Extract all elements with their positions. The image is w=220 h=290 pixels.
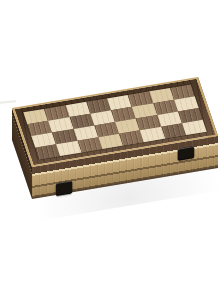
product-photo [0,0,220,290]
latch-left-icon [56,180,73,196]
backdrop-seam-line [0,100,16,104]
board-square [182,120,207,135]
latch-right-icon [178,146,195,161]
